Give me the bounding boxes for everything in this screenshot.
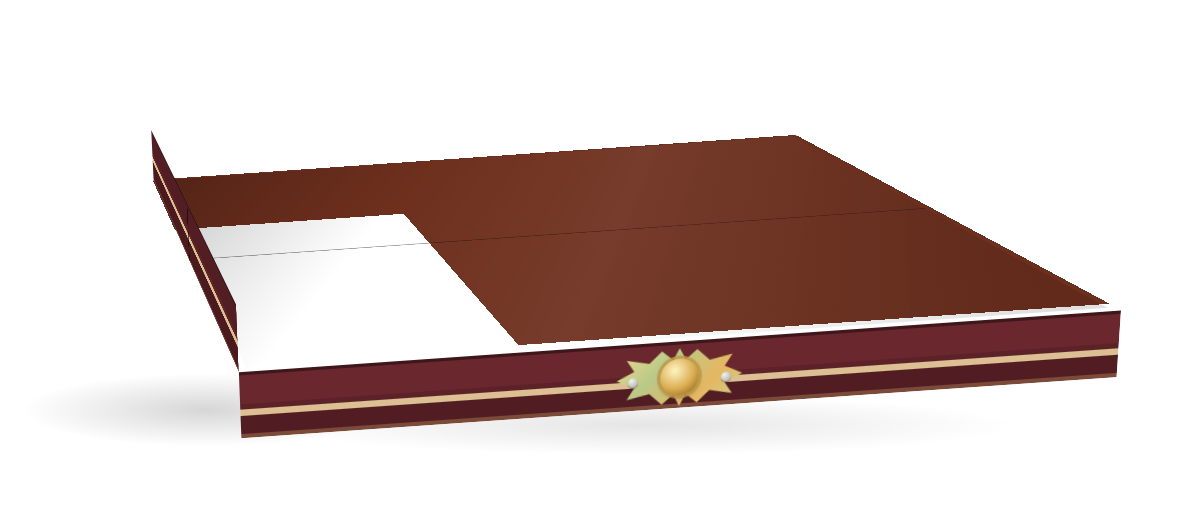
chess-box xyxy=(154,135,1121,372)
clasp-screw-icon xyxy=(721,371,731,381)
perspective-container xyxy=(164,0,959,510)
board-3d-wrapper xyxy=(164,0,959,510)
chess-set-photo xyxy=(0,0,1200,510)
brass-clasp xyxy=(617,344,743,411)
